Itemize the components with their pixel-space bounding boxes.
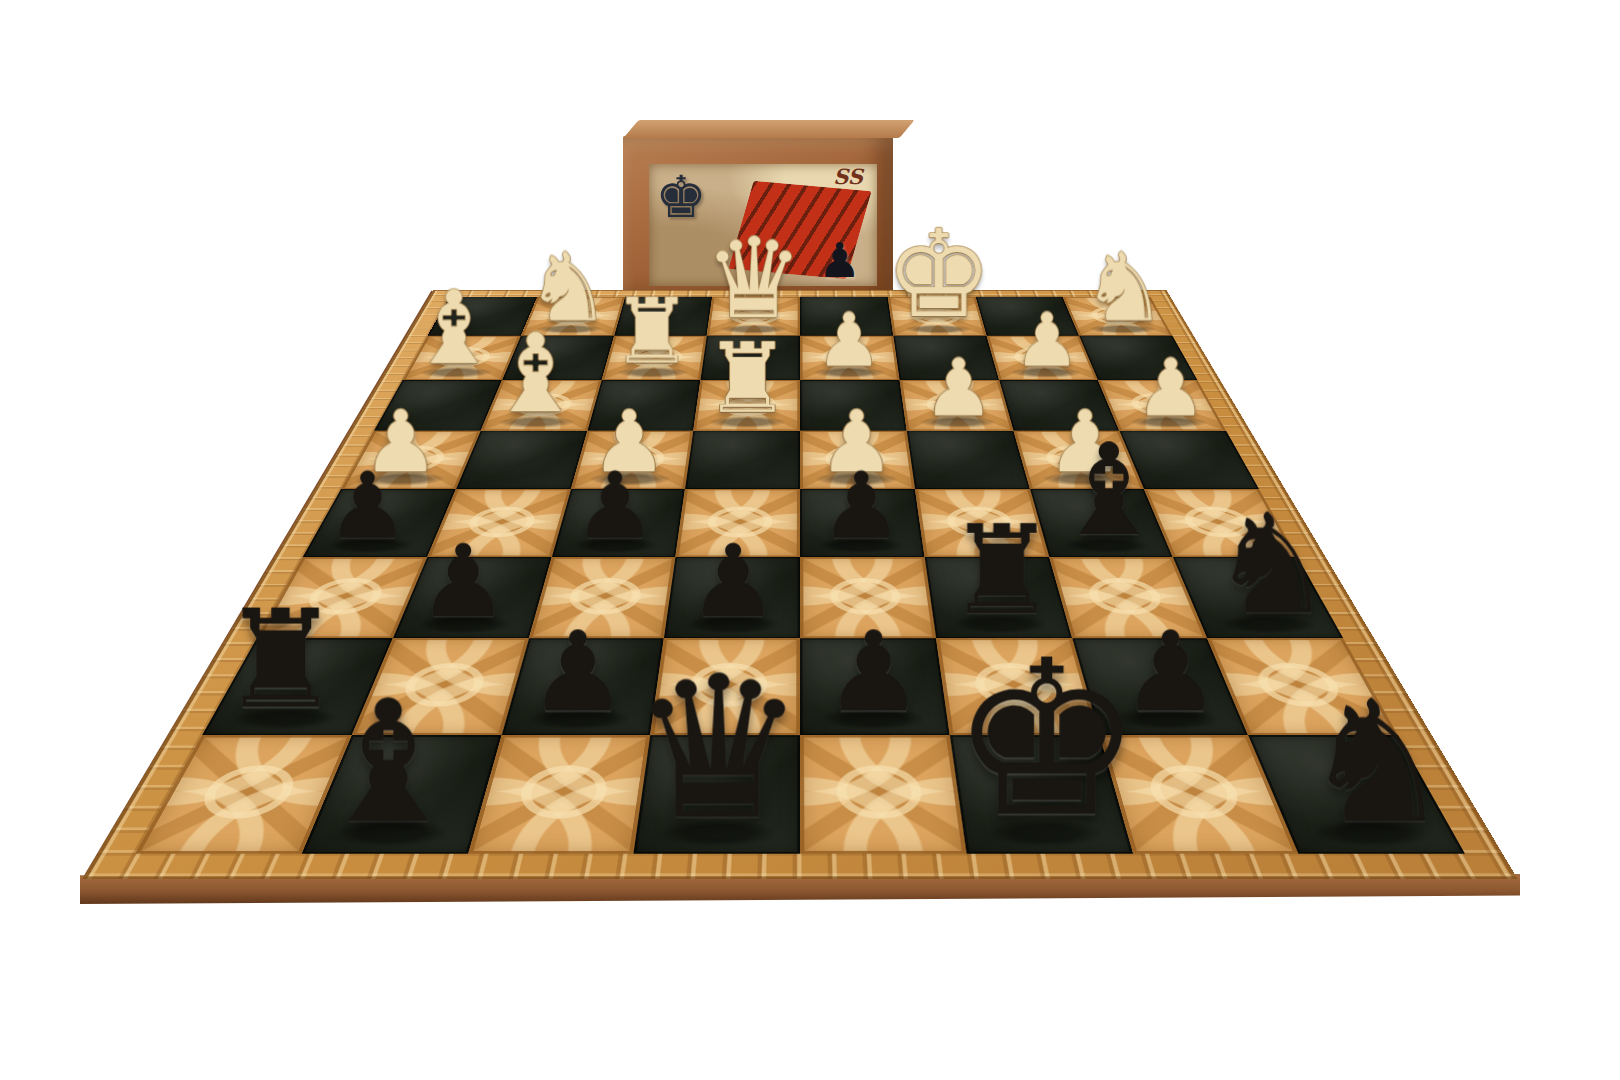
black-king: ♚ (950, 638, 1143, 842)
black-knight: ♞ (1209, 499, 1333, 631)
black-pawn: ♟ (820, 463, 903, 551)
black-knight: ♞ (1300, 681, 1452, 842)
square-f8: ♚ (888, 297, 987, 336)
black-pawn: ♟ (824, 620, 924, 725)
square-e1 (800, 735, 966, 854)
square-c1 (468, 735, 651, 854)
black-king-silhouette-icon: ♚ (655, 168, 707, 226)
white-king: ♚ (885, 217, 994, 332)
white-bishop: ♝ (487, 322, 585, 425)
white-pawn: ♟ (923, 350, 994, 425)
square-d6: ♜ (693, 380, 800, 431)
square-f5 (907, 431, 1030, 489)
black-pawn: ♟ (573, 463, 656, 551)
square-d5 (685, 431, 800, 489)
black-pawn: ♟ (418, 534, 508, 630)
white-rook: ♜ (611, 290, 692, 376)
square-b1: ♝ (301, 735, 501, 854)
square-f6: ♟ (899, 380, 1013, 431)
square-b5 (456, 431, 587, 489)
square-d3: ♟ (664, 557, 800, 638)
square-c7: ♜ (601, 336, 707, 380)
white-rook: ♜ (704, 334, 791, 426)
box-label-text: SS (833, 164, 863, 189)
board-border: ♞♛♚♞♝♜♟♟♝♜♟♟♟♟♟♟♟♟♟♝♟♟♜♞♜♟♟♟♝♛♚♞ (82, 290, 1518, 879)
square-f1: ♚ (949, 735, 1132, 854)
square-e7: ♟ (800, 336, 899, 380)
black-bishop: ♝ (1052, 430, 1166, 551)
board-grid: ♞♛♚♞♝♜♟♟♝♜♟♟♟♟♟♟♟♟♟♝♟♟♜♞♜♟♟♟♝♛♚♞ (135, 297, 1465, 854)
black-bishop: ♝ (313, 681, 465, 842)
photo-canvas: ♚ ♝ ♟ SS ♞♛♚♞♝♜♟♟♝♜♟♟♟♟♟♟♟♟♟♝♟♟♜♞♜♟♟♟♝♛♚… (0, 0, 1620, 1080)
square-d1: ♛ (634, 735, 800, 854)
square-b6: ♝ (480, 380, 601, 431)
black-pawn: ♟ (326, 463, 409, 551)
black-pawn: ♟ (528, 620, 628, 725)
black-queen: ♛ (629, 654, 806, 842)
white-pawn: ♟ (1135, 350, 1206, 425)
black-rook: ♜ (947, 513, 1057, 630)
square-e4: ♟ (800, 489, 924, 557)
square-e2: ♟ (800, 638, 949, 735)
black-pawn: ♟ (687, 534, 777, 630)
square-c4: ♟ (551, 489, 685, 557)
black-pawn-silhouette-icon: ♟ (818, 236, 861, 284)
white-knight: ♞ (1081, 242, 1166, 332)
white-pawn: ♟ (1014, 305, 1080, 375)
white-queen: ♛ (704, 226, 804, 332)
chess-board: ♞♛♚♞♝♜♟♟♝♜♟♟♟♟♟♟♟♟♟♝♟♟♜♞♜♟♟♟♝♛♚♞ (82, 290, 1518, 879)
white-pawn: ♟ (816, 305, 882, 375)
